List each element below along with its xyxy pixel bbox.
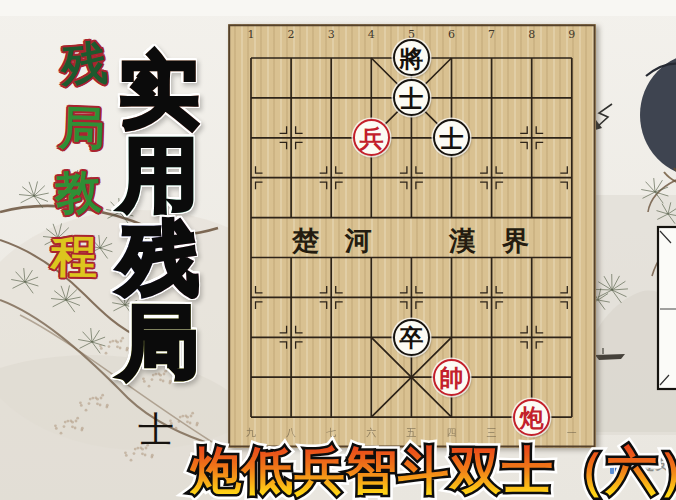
side-tagline: 残 局 教 程 bbox=[40, 34, 116, 290]
sketch-arrow bbox=[597, 104, 612, 127]
piece-glyph: 卒 bbox=[399, 326, 423, 350]
piece-士[interactable]: 士 bbox=[433, 119, 470, 156]
piece-兵[interactable]: 兵 bbox=[353, 119, 390, 156]
main-title-char: 残 bbox=[106, 218, 212, 302]
corner-shi-char: 士 bbox=[138, 406, 174, 455]
piece-glyph: 帥 bbox=[439, 366, 463, 390]
main-title-char: 实 bbox=[106, 50, 212, 134]
main-title-char: 用 bbox=[106, 134, 212, 218]
piece-glyph: 士 bbox=[399, 86, 423, 110]
thumbnail-root: 123456789 九八七六五四三二一 楚河 漢界 將士兵士卒帥炮 残 局 教 … bbox=[0, 0, 676, 500]
piece-glyph: 兵 bbox=[359, 126, 383, 150]
mini-diagram-card bbox=[658, 227, 676, 389]
main-title-char: 局 bbox=[106, 302, 212, 386]
main-title: 实 用 残 局 bbox=[106, 50, 212, 386]
top-light-strip bbox=[0, 0, 676, 16]
piece-glyph: 炮 bbox=[520, 406, 544, 430]
bottom-title bbox=[190, 437, 670, 499]
pieces-grid: 將士兵士卒帥炮 bbox=[231, 38, 592, 437]
piece-glyph: 士 bbox=[439, 126, 463, 150]
bottom-title-fill bbox=[190, 437, 676, 500]
xiangqi-board: 123456789 九八七六五四三二一 楚河 漢界 將士兵士卒帥炮 bbox=[228, 24, 596, 448]
piece-卒[interactable]: 卒 bbox=[393, 319, 430, 356]
piece-炮[interactable]: 炮 bbox=[513, 399, 550, 436]
tagline-char: 程 bbox=[35, 225, 112, 290]
piece-將[interactable]: 將 bbox=[393, 39, 430, 76]
ink-blob bbox=[640, 53, 676, 177]
piece-glyph: 將 bbox=[399, 46, 423, 70]
piece-士[interactable]: 士 bbox=[393, 79, 430, 116]
piece-帥[interactable]: 帥 bbox=[433, 359, 470, 396]
